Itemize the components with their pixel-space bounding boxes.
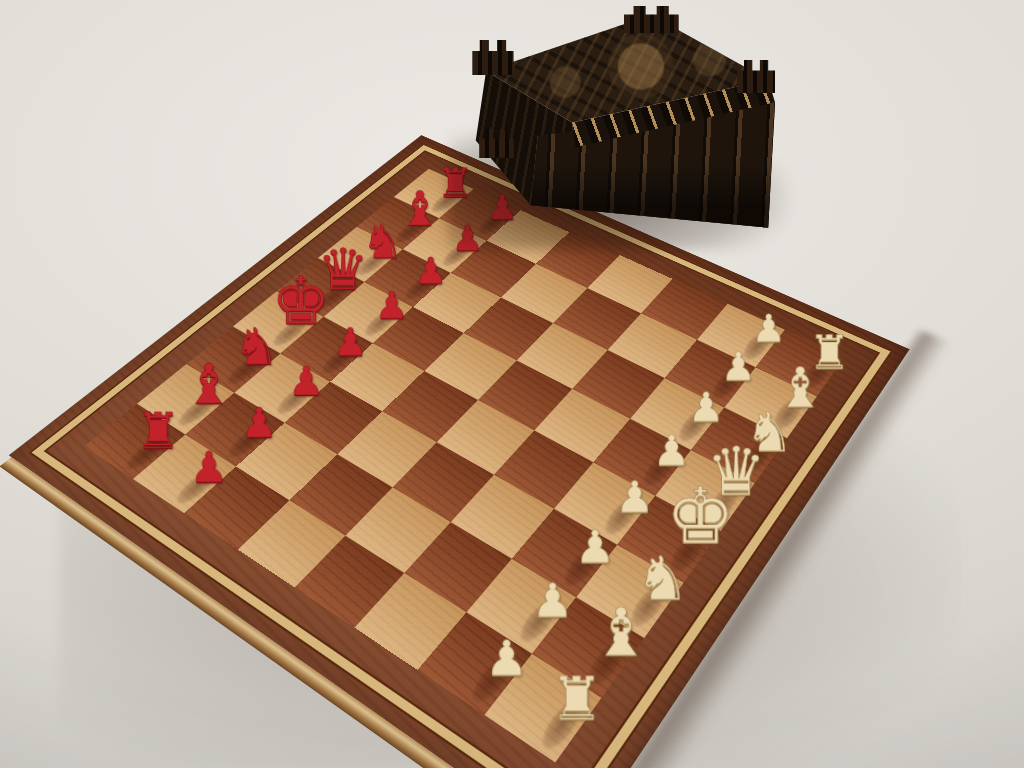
casket-crenellation — [472, 40, 513, 76]
red-pawn-piece: ♟ — [360, 286, 424, 324]
board-grid: ♜♝♞♚♛♞♝♜♟♟♟♟♟♟♟♟♟♟♟♟♟♟♟♟♜♝♞♚♛♞♝♜ — [84, 169, 845, 763]
photo-stage: ♜♝♞♚♛♞♝♜♟♟♟♟♟♟♟♟♟♟♟♟♟♟♟♟♜♝♞♚♛♞♝♜ — [0, 0, 1024, 768]
ivory-pawn-piece: ♟ — [736, 309, 801, 347]
casket-crenellation — [737, 60, 775, 94]
red-pawn-piece: ♟ — [224, 402, 294, 443]
red-pawn-piece: ♟ — [317, 323, 383, 362]
ivory-bishop-piece: ♝ — [580, 600, 662, 666]
ivory-rook-piece: ♜ — [534, 668, 619, 728]
ivory-pawn-piece: ♟ — [671, 387, 740, 428]
ivory-pawn-piece: ♟ — [598, 475, 672, 519]
red-pawn-piece: ♟ — [173, 446, 246, 489]
ivory-pawn-piece: ♟ — [636, 429, 708, 471]
red-pawn-piece: ♟ — [400, 252, 462, 289]
ivory-pawn-piece: ♟ — [705, 347, 772, 387]
red-pawn-piece: ♟ — [272, 361, 340, 401]
casket-crenellation — [624, 6, 679, 33]
carved-casket — [462, 6, 806, 230]
